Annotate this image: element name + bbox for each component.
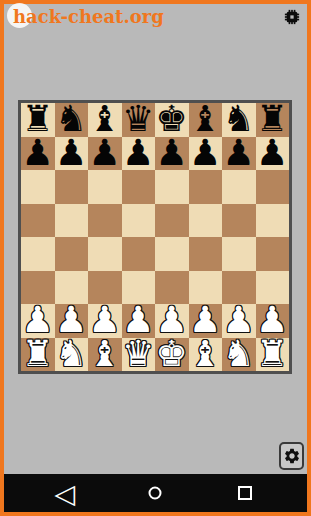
piece-black-pawn: ♟ (89, 136, 121, 170)
home-button[interactable] (149, 487, 162, 500)
piece-black-king: ♚ (156, 102, 188, 136)
piece-black-pawn: ♟ (156, 136, 188, 170)
home-circle-icon (149, 487, 162, 500)
piece-white-bishop: ♝ (89, 337, 121, 371)
board: ♜♞♝♛♚♝♞♜♟♟♟♟♟♟♟♟♟♟♟♟♟♟♟♟♜♞♝♛♚♝♞♜ (18, 100, 292, 374)
app-screen: hack-cheat.org ♜♞♝♛♚♝♞♜♟♟♟♟♟♟♟♟♟♟♟♟♟♟♟♟♜… (0, 0, 311, 516)
page-title: hack-cheat.org (13, 5, 164, 29)
square-a1[interactable]: ♜ (21, 338, 55, 372)
piece-white-pawn: ♟ (55, 303, 87, 337)
square-f1[interactable]: ♝ (189, 338, 223, 372)
square-f5[interactable] (189, 204, 223, 238)
square-a5[interactable] (21, 204, 55, 238)
square-c1[interactable]: ♝ (88, 338, 122, 372)
square-d7[interactable]: ♟ (122, 137, 156, 171)
square-a4[interactable] (21, 237, 55, 271)
piece-black-bishop: ♝ (89, 102, 121, 136)
square-d1[interactable]: ♛ (122, 338, 156, 372)
square-e7[interactable]: ♟ (155, 137, 189, 171)
square-e4[interactable] (155, 237, 189, 271)
recents-button[interactable] (238, 486, 252, 500)
piece-black-pawn: ♟ (122, 136, 154, 170)
piece-black-knight: ♞ (55, 102, 87, 136)
piece-white-pawn: ♟ (122, 303, 154, 337)
settings-button[interactable] (279, 442, 304, 470)
square-d6[interactable] (122, 170, 156, 204)
piece-black-queen: ♛ (122, 102, 154, 136)
piece-white-bishop: ♝ (189, 337, 221, 371)
square-g6[interactable] (222, 170, 256, 204)
piece-white-pawn: ♟ (156, 303, 188, 337)
piece-white-pawn: ♟ (89, 303, 121, 337)
piece-black-pawn: ♟ (55, 136, 87, 170)
square-a7[interactable]: ♟ (21, 137, 55, 171)
piece-black-pawn: ♟ (223, 136, 255, 170)
square-f4[interactable] (189, 237, 223, 271)
piece-white-king: ♚ (156, 337, 188, 371)
square-h4[interactable] (256, 237, 290, 271)
square-e5[interactable] (155, 204, 189, 238)
square-c4[interactable] (88, 237, 122, 271)
square-e1[interactable]: ♚ (155, 338, 189, 372)
piece-black-pawn: ♟ (22, 136, 54, 170)
piece-white-knight: ♞ (223, 337, 255, 371)
square-c7[interactable]: ♟ (88, 137, 122, 171)
square-a6[interactable] (21, 170, 55, 204)
square-d5[interactable] (122, 204, 156, 238)
piece-white-pawn: ♟ (256, 303, 288, 337)
piece-white-pawn: ♟ (189, 303, 221, 337)
piece-white-rook: ♜ (256, 337, 288, 371)
recents-square-icon (238, 486, 252, 500)
piece-black-bishop: ♝ (189, 102, 221, 136)
square-b7[interactable]: ♟ (55, 137, 89, 171)
piece-white-pawn: ♟ (22, 303, 54, 337)
android-navbar: ◁ (4, 474, 307, 512)
square-d4[interactable] (122, 237, 156, 271)
square-c5[interactable] (88, 204, 122, 238)
square-g4[interactable] (222, 237, 256, 271)
square-h6[interactable] (256, 170, 290, 204)
square-f7[interactable]: ♟ (189, 137, 223, 171)
square-b6[interactable] (55, 170, 89, 204)
piece-black-rook: ♜ (22, 102, 54, 136)
piece-black-pawn: ♟ (189, 136, 221, 170)
square-b5[interactable] (55, 204, 89, 238)
piece-black-rook: ♜ (256, 102, 288, 136)
square-f6[interactable] (189, 170, 223, 204)
square-g5[interactable] (222, 204, 256, 238)
back-triangle-icon: ◁ (55, 480, 76, 507)
gear-icon (283, 447, 301, 465)
square-e6[interactable] (155, 170, 189, 204)
back-button[interactable]: ◁ (55, 480, 76, 507)
square-h1[interactable]: ♜ (256, 338, 290, 372)
square-g7[interactable]: ♟ (222, 137, 256, 171)
settings-chip-gear-icon[interactable] (283, 8, 301, 26)
piece-white-rook: ♜ (22, 337, 54, 371)
piece-black-pawn: ♟ (256, 136, 288, 170)
piece-white-knight: ♞ (55, 337, 87, 371)
square-b1[interactable]: ♞ (55, 338, 89, 372)
chip-gear-icon (283, 8, 301, 26)
piece-black-knight: ♞ (223, 102, 255, 136)
piece-white-pawn: ♟ (223, 303, 255, 337)
square-h5[interactable] (256, 204, 290, 238)
piece-white-queen: ♛ (122, 337, 154, 371)
square-c6[interactable] (88, 170, 122, 204)
square-h7[interactable]: ♟ (256, 137, 290, 171)
square-b4[interactable] (55, 237, 89, 271)
square-g1[interactable]: ♞ (222, 338, 256, 372)
